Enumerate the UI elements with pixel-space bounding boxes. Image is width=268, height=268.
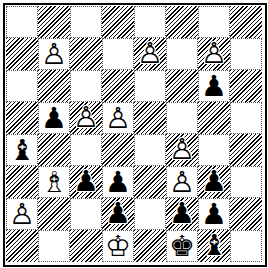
square-e2[interactable] [134,198,166,230]
black-pawn-glyph: ♟ [70,166,102,198]
square-c2[interactable] [70,198,102,230]
square-d8[interactable] [102,6,134,38]
white-pawn[interactable]: ♟♙ [198,38,230,70]
black-pawn[interactable]: ♟♟ [70,166,102,198]
white-pawn-glyph: ♙ [167,167,197,197]
square-e7[interactable]: ♟♙ [134,38,166,70]
square-b8[interactable] [38,6,70,38]
white-bishop-glyph: ♗ [39,167,69,197]
black-pawn-glyph: ♟ [103,167,133,197]
square-h3[interactable] [230,166,262,198]
white-pawn-glyph: ♙ [166,134,198,166]
square-b5[interactable]: ♟♟ [38,102,70,134]
square-c8[interactable] [70,6,102,38]
square-b2[interactable] [38,198,70,230]
black-pawn-glyph: ♟ [199,71,229,101]
square-h1[interactable] [230,230,262,262]
white-pawn[interactable]: ♟♙ [103,103,133,133]
black-bishop-glyph: ♝ [7,135,37,165]
square-c5[interactable]: ♟♙ [70,102,102,134]
square-g6[interactable]: ♟♟ [198,70,230,102]
black-pawn-glyph: ♟ [198,166,230,198]
square-f2[interactable]: ♟♟ [166,198,198,230]
square-e8[interactable] [134,6,166,38]
square-f6[interactable] [166,70,198,102]
square-a5[interactable] [6,102,38,134]
white-pawn-glyph: ♙ [39,39,69,69]
square-h2[interactable] [230,198,262,230]
square-d7[interactable] [102,38,134,70]
white-pawn[interactable]: ♟♙ [134,38,166,70]
white-king-glyph: ♔ [103,231,133,261]
square-f7[interactable] [166,38,198,70]
square-f4[interactable]: ♟♙ [166,134,198,166]
square-h4[interactable] [230,134,262,166]
black-pawn-glyph: ♟ [166,198,198,230]
square-a8[interactable] [6,6,38,38]
square-b4[interactable] [38,134,70,166]
square-g7[interactable]: ♟♙ [198,38,230,70]
square-a3[interactable] [6,166,38,198]
black-pawn[interactable]: ♟♟ [103,167,133,197]
white-pawn[interactable]: ♟♙ [167,167,197,197]
square-h7[interactable] [230,38,262,70]
square-d1[interactable]: ♚♔ [102,230,134,262]
square-h8[interactable] [230,6,262,38]
square-e6[interactable] [134,70,166,102]
square-g8[interactable] [198,6,230,38]
square-f1[interactable]: ♚♚ [166,230,198,262]
white-pawn[interactable]: ♟♙ [166,134,198,166]
square-e1[interactable] [134,230,166,262]
black-pawn-glyph: ♟ [199,199,229,229]
square-c1[interactable] [70,230,102,262]
square-f3[interactable]: ♟♙ [166,166,198,198]
square-h5[interactable] [230,102,262,134]
chess-diagram: ♟♙♟♙♟♙♟♟♟♟♟♙♟♙♝♝♟♙♝♗♟♟♟♟♟♙♟♟♟♙♟♟♟♟♟♟♚♔♚♚… [0,0,268,268]
black-king-glyph: ♚ [167,231,197,261]
square-a4[interactable]: ♝♝ [6,134,38,166]
square-g5[interactable] [198,102,230,134]
black-pawn-glyph: ♟ [102,198,134,230]
white-bishop[interactable]: ♝♗ [39,167,69,197]
square-d3[interactable]: ♟♟ [102,166,134,198]
square-b3[interactable]: ♝♗ [38,166,70,198]
square-f8[interactable] [166,6,198,38]
square-a2[interactable]: ♟♙ [6,198,38,230]
square-b1[interactable] [38,230,70,262]
square-f5[interactable] [166,102,198,134]
black-bishop-glyph: ♝ [198,230,230,262]
white-pawn[interactable]: ♟♙ [39,39,69,69]
square-g4[interactable] [198,134,230,166]
square-g3[interactable]: ♟♟ [198,166,230,198]
square-e3[interactable] [134,166,166,198]
square-h6[interactable] [230,70,262,102]
black-king[interactable]: ♚♚ [167,231,197,261]
black-bishop[interactable]: ♝♝ [7,135,37,165]
square-a1[interactable] [6,230,38,262]
square-d4[interactable] [102,134,134,166]
black-pawn-glyph: ♟ [39,103,69,133]
square-c3[interactable]: ♟♟ [70,166,102,198]
square-c6[interactable] [70,70,102,102]
white-pawn-glyph: ♙ [70,102,102,134]
white-pawn[interactable]: ♟♙ [7,199,37,229]
black-pawn[interactable]: ♟♟ [102,198,134,230]
square-a6[interactable] [6,70,38,102]
white-pawn[interactable]: ♟♙ [70,102,102,134]
white-king[interactable]: ♚♔ [103,231,133,261]
square-c4[interactable] [70,134,102,166]
black-pawn[interactable]: ♟♟ [199,199,229,229]
black-pawn[interactable]: ♟♟ [39,103,69,133]
square-b7[interactable]: ♟♙ [38,38,70,70]
square-e4[interactable] [134,134,166,166]
square-d2[interactable]: ♟♟ [102,198,134,230]
square-c7[interactable] [70,38,102,70]
black-pawn[interactable]: ♟♟ [166,198,198,230]
board-frame: ♟♙♟♙♟♙♟♟♟♟♟♙♟♙♝♝♟♙♝♗♟♟♟♟♟♙♟♟♟♙♟♟♟♟♟♟♚♔♚♚… [3,3,267,267]
square-e5[interactable] [134,102,166,134]
square-b6[interactable] [38,70,70,102]
square-d6[interactable] [102,70,134,102]
black-pawn[interactable]: ♟♟ [198,166,230,198]
white-pawn-glyph: ♙ [7,199,37,229]
black-bishop[interactable]: ♝♝ [198,230,230,262]
white-pawn-glyph: ♙ [103,103,133,133]
square-g2[interactable]: ♟♟ [198,198,230,230]
white-pawn-glyph: ♙ [198,38,230,70]
square-d5[interactable]: ♟♙ [102,102,134,134]
white-pawn-glyph: ♙ [134,38,166,70]
square-g1[interactable]: ♝♝ [198,230,230,262]
chess-board[interactable]: ♟♙♟♙♟♙♟♟♟♟♟♙♟♙♝♝♟♙♝♗♟♟♟♟♟♙♟♟♟♙♟♟♟♟♟♟♚♔♚♚… [6,6,262,262]
black-pawn[interactable]: ♟♟ [199,71,229,101]
square-a7[interactable] [6,38,38,70]
